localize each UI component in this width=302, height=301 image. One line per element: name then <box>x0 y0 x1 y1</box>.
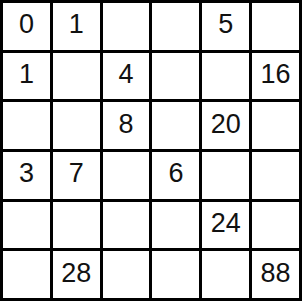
cell-r1c5[interactable]: 5 <box>202 3 249 50</box>
cell-r3c1[interactable] <box>3 102 50 149</box>
cell-r4c3[interactable] <box>103 152 150 199</box>
cell-r5c1[interactable] <box>3 202 50 249</box>
cell-r2c2[interactable] <box>53 53 100 100</box>
cell-r6c1[interactable] <box>3 251 50 298</box>
cell-r4c2[interactable]: 7 <box>53 152 100 199</box>
cell-r1c6[interactable] <box>252 3 299 50</box>
cell-r1c2[interactable]: 1 <box>53 3 100 50</box>
cell-r4c5[interactable] <box>202 152 249 199</box>
cell-r6c5[interactable] <box>202 251 249 298</box>
cell-r4c1[interactable]: 3 <box>3 152 50 199</box>
cell-r6c4[interactable] <box>152 251 199 298</box>
cell-r6c3[interactable] <box>103 251 150 298</box>
cell-r3c5[interactable]: 20 <box>202 102 249 149</box>
cell-r3c2[interactable] <box>53 102 100 149</box>
cell-r6c2[interactable]: 28 <box>53 251 100 298</box>
cell-r1c4[interactable] <box>152 3 199 50</box>
cell-r5c2[interactable] <box>53 202 100 249</box>
cell-r1c1[interactable]: 0 <box>3 3 50 50</box>
cell-r6c6[interactable]: 88 <box>252 251 299 298</box>
cell-r2c5[interactable] <box>202 53 249 100</box>
cell-r2c1[interactable]: 1 <box>3 53 50 100</box>
cell-r3c6[interactable] <box>252 102 299 149</box>
cell-r2c4[interactable] <box>152 53 199 100</box>
cell-r2c6[interactable]: 16 <box>252 53 299 100</box>
cell-r3c4[interactable] <box>152 102 199 149</box>
cell-r3c3[interactable]: 8 <box>103 102 150 149</box>
cell-r5c5[interactable]: 24 <box>202 202 249 249</box>
cell-r1c3[interactable] <box>103 3 150 50</box>
puzzle-grid: 0 1 5 1 4 16 8 20 3 7 6 24 28 88 <box>0 0 302 301</box>
cell-r4c6[interactable] <box>252 152 299 199</box>
cell-r5c4[interactable] <box>152 202 199 249</box>
cell-r2c3[interactable]: 4 <box>103 53 150 100</box>
cell-r4c4[interactable]: 6 <box>152 152 199 199</box>
cell-r5c3[interactable] <box>103 202 150 249</box>
cell-r5c6[interactable] <box>252 202 299 249</box>
